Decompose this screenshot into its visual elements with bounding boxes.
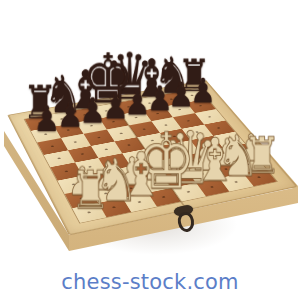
square-f5 [91, 141, 122, 158]
clasp-hook [177, 211, 196, 233]
product-photo: ♜♞♝♚♛♝♞♜♟♟♟♟♟♟♟♟♟♟♟♟♟♟♟♟♜♞♝♚♛♝♞♜ chess-s… [0, 0, 300, 300]
square-h4 [50, 163, 82, 181]
chess-board: ♜♞♝♚♛♝♞♜♟♟♟♟♟♟♟♟♟♟♟♟♟♟♟♟♜♞♝♚♛♝♞♜ [7, 80, 297, 235]
piece-black-rook: ♜ [177, 53, 211, 97]
watermark-text: chess-stock.com [0, 270, 300, 294]
board-scene: ♜♞♝♚♛♝♞♜♟♟♟♟♟♟♟♟♟♟♟♟♟♟♟♟♜♞♝♚♛♝♞♜ [32, 36, 258, 262]
clasp-latch [170, 203, 198, 233]
